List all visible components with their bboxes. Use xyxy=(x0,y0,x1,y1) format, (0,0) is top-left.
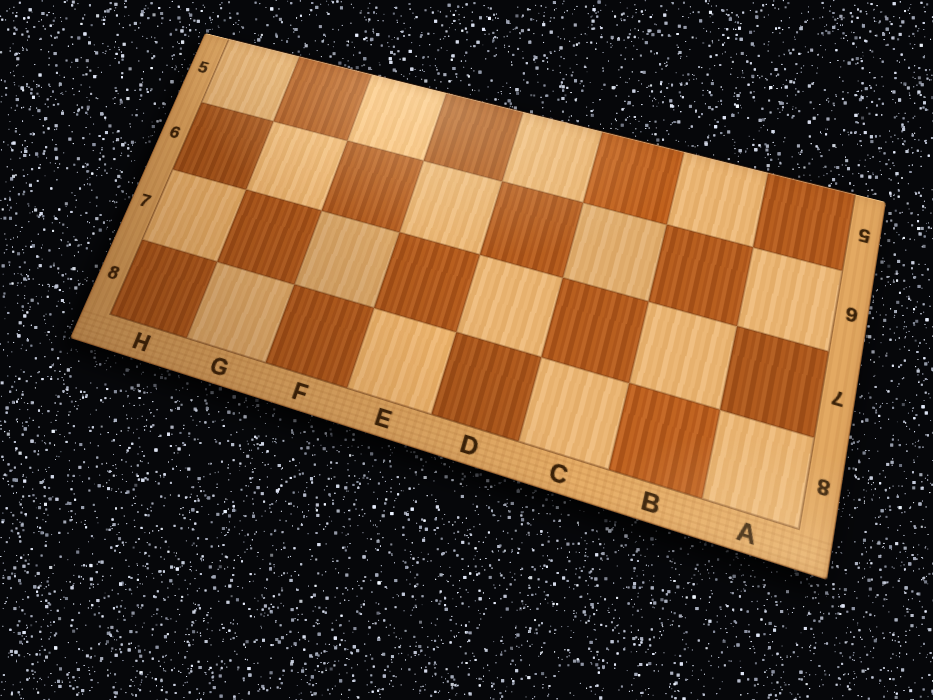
scene: 5678 5678 HGFEDCBA xyxy=(0,0,933,700)
